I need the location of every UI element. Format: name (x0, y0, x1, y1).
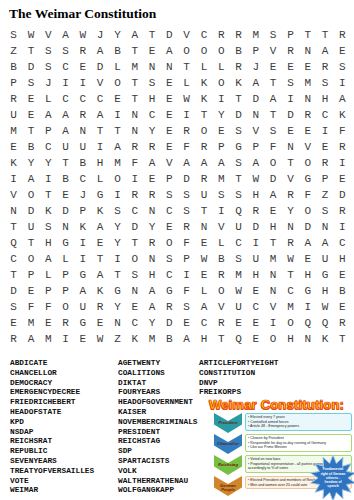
grid-cell-r8c16: F (264, 139, 281, 155)
grid-cell-r2c1: Z (5, 43, 22, 59)
grid-cell-r14c2: T (22, 235, 39, 251)
grid-cell-r18c3: F (40, 299, 57, 315)
grid-cell-r12c6: K (91, 203, 108, 219)
grid-cell-r15c7: I (109, 251, 126, 267)
grid-cell-r10c3: I (40, 171, 57, 187)
grid-cell-r4c20: I (334, 75, 351, 91)
grid-cell-r11c14: S (230, 187, 247, 203)
word-list-item: SPARTACISTS (118, 457, 198, 467)
grid-cell-r13c9: Y (143, 219, 160, 235)
grid-cell-r5c16: A (264, 91, 281, 107)
word-list-item: TREATYOFVERSAILLES (10, 467, 94, 477)
word-list-item: DIKTAT (118, 379, 198, 389)
word-list-item: HEADOFGOVERNMENT (118, 398, 198, 408)
grid-cell-r6c19: C (316, 107, 333, 123)
grid-cell-r1c20: R (334, 27, 351, 43)
grid-cell-r9c13: A (213, 155, 230, 171)
grid-cell-r14c3: H (40, 235, 57, 251)
grid-cell-r9c7: M (109, 155, 126, 171)
chevron-label: German People (214, 484, 242, 493)
grid-cell-r12c1: N (5, 203, 22, 219)
word-list-item: REICHSTAG (118, 437, 198, 447)
grid-cell-r18c5: U (74, 299, 91, 315)
grid-cell-r20c8: K (126, 331, 143, 347)
grid-cell-r16c17: T (282, 267, 299, 283)
grid-cell-r2c20: E (334, 43, 351, 59)
grid-cell-r19c19: Q (316, 315, 333, 331)
grid-cell-r11c4: E (57, 187, 74, 203)
grid-cell-r3c15: J (247, 59, 264, 75)
grid-cell-r3c4: C (57, 59, 74, 75)
grid-cell-r11c12: U (195, 187, 212, 203)
grid-cell-r16c7: T (109, 267, 126, 283)
grid-cell-r9c9: A (143, 155, 160, 171)
grid-cell-r2c10: A (161, 43, 178, 59)
grid-cell-r17c18: G (299, 283, 316, 299)
grid-cell-r20c19: K (316, 331, 333, 347)
grid-cell-r2c16: V (264, 43, 281, 59)
grid-cell-r2c5: R (74, 43, 91, 59)
grid-cell-r4c17: S (282, 75, 299, 91)
grid-cell-r6c1: U (5, 107, 22, 123)
grid-cell-r19c11: E (178, 315, 195, 331)
grid-cell-r17c6: K (91, 283, 108, 299)
grid-cell-r17c1: D (5, 283, 22, 299)
grid-cell-r5c20: A (334, 91, 351, 107)
grid-cell-r20c6: W (91, 331, 108, 347)
grid-cell-r2c17: R (282, 43, 299, 59)
grid-cell-r3c10: N (161, 59, 178, 75)
grid-cell-r18c19: W (316, 299, 333, 315)
grid-cell-r1c6: J (91, 27, 108, 43)
grid-cell-r9c1: K (5, 155, 22, 171)
grid-cell-r10c1: I (5, 171, 22, 187)
grid-cell-r20c7: Z (109, 331, 126, 347)
grid-cell-r17c11: F (178, 283, 195, 299)
grid-cell-r7c9: Y (143, 123, 160, 139)
grid-cell-r8c1: E (5, 139, 22, 155)
grid-cell-r19c17: O (282, 315, 299, 331)
grid-cell-r3c11: T (178, 59, 195, 75)
grid-cell-r5c9: H (143, 91, 160, 107)
grid-cell-r3c19: R (316, 59, 333, 75)
grid-cell-r6c15: N (247, 107, 264, 123)
grid-cell-r16c11: I (178, 267, 195, 283)
grid-cell-r1c8: A (126, 27, 143, 43)
grid-cell-r6c6: A (91, 107, 108, 123)
grid-cell-r3c1: B (5, 59, 22, 75)
grid-cell-r13c10: E (161, 219, 178, 235)
grid-cell-r15c12: W (195, 251, 212, 267)
grid-cell-r2c7: B (109, 43, 126, 59)
grid-cell-r9c2: Y (22, 155, 39, 171)
grid-cell-r1c11: V (178, 27, 195, 43)
grid-cell-r5c1: R (5, 91, 22, 107)
grid-cell-r1c7: Y (109, 27, 126, 43)
grid-cell-r20c11: A (178, 331, 195, 347)
grid-cell-r5c17: I (282, 91, 299, 107)
grid-cell-r11c15: H (247, 187, 264, 203)
grid-cell-r17c20: B (334, 283, 351, 299)
chevron-label: Reichstag (214, 463, 242, 467)
word-list-item: VOLK (118, 467, 198, 477)
grid-cell-r12c19: S (316, 203, 333, 219)
starburst-badge: Fundamental right of German citizens - f… (309, 455, 354, 500)
grid-cell-r8c18: V (299, 139, 316, 155)
grid-cell-r20c18: N (299, 331, 316, 347)
grid-cell-r11c13: S (213, 187, 230, 203)
grid-cell-r15c5: I (74, 251, 91, 267)
grid-cell-r18c15: C (247, 299, 264, 315)
grid-cell-r16c20: E (334, 267, 351, 283)
grid-cell-r11c17: R (282, 187, 299, 203)
grid-cell-r11c18: F (299, 187, 316, 203)
grid-cell-r13c20: I (334, 219, 351, 235)
grid-cell-r4c10: E (161, 75, 178, 91)
grid-cell-r17c9: A (143, 283, 160, 299)
chevron-label: Chancellor (214, 442, 242, 446)
grid-cell-r2c13: O (213, 43, 230, 59)
grid-cell-r15c4: L (57, 251, 74, 267)
word-list-item: CONSTITUTION (199, 369, 279, 379)
grid-cell-r5c12: K (195, 91, 212, 107)
grid-cell-r8c8: R (126, 139, 143, 155)
grid-cell-r10c20: E (334, 171, 351, 187)
grid-cell-r18c20: E (334, 299, 351, 315)
grid-cell-r14c6: E (91, 235, 108, 251)
grid-cell-r3c9: N (143, 59, 160, 75)
grid-cell-r1c9: T (143, 27, 160, 43)
grid-cell-r10c7: O (109, 171, 126, 187)
grid-cell-r19c14: E (230, 315, 247, 331)
grid-cell-r1c19: T (316, 27, 333, 43)
grid-cell-r5c11: W (178, 91, 195, 107)
grid-cell-r12c13: I (213, 203, 230, 219)
grid-cell-r19c13: R (213, 315, 230, 331)
word-list-item: DEMOCRACY (10, 379, 94, 389)
grid-cell-r15c3: A (40, 251, 57, 267)
grid-cell-r17c13: O (213, 283, 230, 299)
grid-cell-r1c10: D (161, 27, 178, 43)
grid-cell-r3c18: E (299, 59, 316, 75)
word-list-item: WALTHERRATHENAU (118, 477, 198, 487)
grid-cell-r12c7: S (109, 203, 126, 219)
grid-cell-r6c18: R (299, 107, 316, 123)
grid-cell-r10c4: B (57, 171, 74, 187)
grid-cell-r7c3: P (40, 123, 57, 139)
grid-cell-r4c3: J (40, 75, 57, 91)
word-list-item: HEADOFSTATE (10, 408, 94, 418)
grid-cell-r12c2: D (22, 203, 39, 219)
grid-cell-r3c3: S (40, 59, 57, 75)
word-list-item: DNVP (199, 379, 279, 389)
grid-cell-r5c6: C (91, 91, 108, 107)
grid-cell-r4c4: I (57, 75, 74, 91)
grid-cell-r1c3: V (40, 27, 57, 43)
grid-cell-r12c17: Y (282, 203, 299, 219)
chevron-down-icon: Chancellor (214, 434, 242, 454)
grid-cell-r15c20: H (334, 251, 351, 267)
infographic-title: Weimar Constitution: (199, 397, 354, 412)
word-list-item: REPUBLIC (10, 447, 94, 457)
chevron-down-icon: German People (214, 476, 242, 496)
grid-cell-r2c9: E (143, 43, 160, 59)
grid-cell-r4c14: K (230, 75, 247, 91)
grid-cell-r17c3: P (40, 283, 57, 299)
grid-cell-r13c18: D (299, 219, 316, 235)
word-list-item: NOVEMBERCRIMINALS (118, 418, 198, 428)
grid-cell-r5c10: E (161, 91, 178, 107)
word-list-item: COALITIONS (118, 369, 198, 379)
grid-cell-r5c15: D (247, 91, 264, 107)
word-list-item: AGETWENTY (118, 359, 198, 369)
grid-cell-r4c8: T (126, 75, 143, 91)
grid-cell-r12c10: C (161, 203, 178, 219)
grid-cell-r19c15: E (247, 315, 264, 331)
grid-cell-r15c14: S (230, 251, 247, 267)
grid-cell-r8c3: C (40, 139, 57, 155)
grid-cell-r10c11: D (178, 171, 195, 187)
grid-cell-r16c8: S (126, 267, 143, 283)
grid-cell-r19c3: E (40, 315, 57, 331)
grid-cell-r17c15: E (247, 283, 264, 299)
grid-cell-r3c17: E (282, 59, 299, 75)
grid-cell-r6c4: A (57, 107, 74, 123)
grid-cell-r18c10: R (161, 299, 178, 315)
grid-cell-r10c18: G (299, 171, 316, 187)
grid-cell-r1c14: R (230, 27, 247, 43)
starburst-text: Fundamental right of German citizens - f… (309, 455, 354, 500)
grid-cell-r15c1: C (5, 251, 22, 267)
grid-cell-r9c6: H (91, 155, 108, 171)
grid-cell-r9c8: F (126, 155, 143, 171)
grid-cell-r15c9: N (143, 251, 160, 267)
grid-cell-r8c2: B (22, 139, 39, 155)
grid-cell-r10c5: C (74, 171, 91, 187)
grid-cell-r18c13: V (213, 299, 230, 315)
grid-cell-r17c19: H (316, 283, 333, 299)
grid-cell-r1c12: C (195, 27, 212, 43)
grid-cell-r3c6: D (91, 59, 108, 75)
grid-cell-r8c17: N (282, 139, 299, 155)
grid-cell-r19c1: E (5, 315, 22, 331)
grid-cell-r4c11: L (178, 75, 195, 91)
word-list-item: ARTICLEFORTYEIGHT (199, 359, 279, 369)
grid-cell-r20c13: T (213, 331, 230, 347)
grid-cell-r19c12: C (195, 315, 212, 331)
grid-cell-r14c14: C (230, 235, 247, 251)
grid-cell-r6c14: D (230, 107, 247, 123)
grid-cell-r15c13: B (213, 251, 230, 267)
grid-cell-r15c15: U (247, 251, 264, 267)
grid-cell-r7c7: T (109, 123, 126, 139)
word-search-grid: SWVAWJYATDVCRRMSPTTRZTSSRABTEAOOOBPVRNAE… (5, 27, 351, 347)
grid-cell-r14c1: Q (5, 235, 22, 251)
grid-cell-r2c18: N (299, 43, 316, 59)
grid-cell-r7c20: F (334, 123, 351, 139)
grid-cell-r8c10: E (161, 139, 178, 155)
grid-cell-r17c16: N (264, 283, 281, 299)
grid-cell-r7c1: M (5, 123, 22, 139)
grid-cell-r7c2: T (22, 123, 39, 139)
grid-cell-r20c16: O (264, 331, 281, 347)
grid-cell-r12c4: D (57, 203, 74, 219)
grid-cell-r17c4: P (57, 283, 74, 299)
grid-cell-r17c17: C (282, 283, 299, 299)
grid-cell-r16c3: L (40, 267, 57, 283)
grid-cell-r16c15: H (247, 267, 264, 283)
word-list-item: CHANCELLOR (10, 369, 94, 379)
grid-cell-r10c2: A (22, 171, 39, 187)
word-list-item: KPD (10, 418, 94, 428)
grid-cell-r16c2: P (22, 267, 39, 283)
grid-cell-r4c18: M (299, 75, 316, 91)
info-box: Elected every 7 yearsControlled armed fo… (245, 413, 352, 431)
grid-cell-r13c7: Y (109, 219, 126, 235)
grid-cell-r17c2: E (22, 283, 39, 299)
grid-cell-r14c4: G (57, 235, 74, 251)
grid-cell-r2c4: S (57, 43, 74, 59)
grid-cell-r15c17: W (282, 251, 299, 267)
grid-cell-r8c20: R (334, 139, 351, 155)
word-list-item: VOTE (10, 477, 94, 487)
word-list-item: SEVENYEARS (10, 457, 94, 467)
grid-cell-r4c9: S (143, 75, 160, 91)
grid-cell-r9c4: T (57, 155, 74, 171)
grid-cell-r2c2: T (22, 43, 39, 59)
weimar-infographic: Weimar Constitution: PresidentElected ev… (199, 398, 354, 498)
grid-cell-r9c17: T (282, 155, 299, 171)
grid-cell-r18c16: V (264, 299, 281, 315)
grid-cell-r9c11: A (178, 155, 195, 171)
grid-cell-r5c8: T (126, 91, 143, 107)
grid-cell-r20c3: M (40, 331, 57, 347)
grid-cell-r5c13: I (213, 91, 230, 107)
page-title: The Weimar Constitution (9, 6, 156, 22)
grid-cell-r13c1: T (5, 219, 22, 235)
grid-cell-r8c15: P (247, 139, 264, 155)
grid-cell-r8c13: P (213, 139, 230, 155)
grid-cell-r12c12: T (195, 203, 212, 219)
grid-cell-r20c9: M (143, 331, 160, 347)
grid-cell-r11c2: O (22, 187, 39, 203)
grid-cell-r18c12: A (195, 299, 212, 315)
grid-cell-r8c4: U (57, 139, 74, 155)
grid-cell-r2c11: O (178, 43, 195, 59)
grid-cell-r15c10: S (161, 251, 178, 267)
grid-cell-r20c2: A (22, 331, 39, 347)
grid-cell-r17c12: L (195, 283, 212, 299)
grid-cell-r4c1: P (5, 75, 22, 91)
grid-cell-r4c13: O (213, 75, 230, 91)
grid-cell-r1c2: W (22, 27, 39, 43)
grid-cell-r20c12: H (195, 331, 212, 347)
grid-cell-r7c11: R (178, 123, 195, 139)
word-list-item: WEIMAR (10, 486, 94, 496)
grid-cell-r9c15: A (247, 155, 264, 171)
grid-cell-r19c18: Q (299, 315, 316, 331)
grid-cell-r10c13: M (213, 171, 230, 187)
grid-cell-r7c16: S (264, 123, 281, 139)
grid-cell-r19c9: Y (143, 315, 160, 331)
chevron-down-icon: Reichstag (214, 455, 242, 475)
grid-cell-r15c8: O (126, 251, 143, 267)
grid-cell-r14c18: A (299, 235, 316, 251)
grid-cell-r10c14: T (230, 171, 247, 187)
grid-cell-r2c6: A (91, 43, 108, 59)
word-list-item: PRESIDENT (118, 428, 198, 438)
grid-cell-r12c9: N (143, 203, 160, 219)
grid-cell-r14c16: T (264, 235, 281, 251)
grid-cell-r20c1: R (5, 331, 22, 347)
grid-cell-r10c6: L (91, 171, 108, 187)
grid-cell-r18c9: A (143, 299, 160, 315)
grid-cell-r16c10: C (161, 267, 178, 283)
grid-cell-r4c5: I (74, 75, 91, 91)
word-list-item: FOURYEARS (118, 388, 198, 398)
grid-cell-r10c10: P (161, 171, 178, 187)
grid-cell-r13c6: A (91, 219, 108, 235)
word-list-item: FRIEDRICHEBERT (10, 398, 94, 408)
grid-cell-r9c3: Y (40, 155, 57, 171)
grid-cell-r20c4: I (57, 331, 74, 347)
grid-cell-r6c9: C (143, 107, 160, 123)
grid-cell-r11c7: I (109, 187, 126, 203)
grid-cell-r16c16: N (264, 267, 281, 283)
grid-cell-r10c19: P (316, 171, 333, 187)
word-list-item: KAISER (118, 408, 198, 418)
grid-cell-r9c12: A (195, 155, 212, 171)
grid-cell-r11c8: R (126, 187, 143, 203)
grid-cell-r11c6: G (91, 187, 108, 203)
grid-cell-r6c5: R (74, 107, 91, 123)
grid-cell-r9c18: O (299, 155, 316, 171)
grid-cell-r20c17: H (282, 331, 299, 347)
grid-cell-r8c19: E (316, 139, 333, 155)
grid-cell-r1c4: A (57, 27, 74, 43)
word-list-column-2: AGETWENTYCOALITIONSDIKTATFOURYEARSHEADOF… (118, 359, 198, 496)
grid-cell-r11c3: T (40, 187, 57, 203)
grid-cell-r11c20: D (334, 187, 351, 203)
grid-cell-r19c20: R (334, 315, 351, 331)
grid-cell-r14c12: E (195, 235, 212, 251)
grid-cell-r5c19: H (316, 91, 333, 107)
grid-cell-r6c12: T (195, 107, 212, 123)
grid-cell-r7c17: E (282, 123, 299, 139)
grid-cell-r14c11: F (178, 235, 195, 251)
grid-cell-r7c6: T (91, 123, 108, 139)
grid-cell-r7c8: N (126, 123, 143, 139)
grid-cell-r19c8: C (126, 315, 143, 331)
grid-cell-r7c18: E (299, 123, 316, 139)
grid-cell-r2c14: B (230, 43, 247, 59)
grid-cell-r2c19: A (316, 43, 333, 59)
grid-cell-r16c18: H (299, 267, 316, 283)
grid-cell-r13c8: D (126, 219, 143, 235)
grid-cell-r17c10: G (161, 283, 178, 299)
grid-cell-r4c15: A (247, 75, 264, 91)
grid-cell-r15c18: E (299, 251, 316, 267)
grid-cell-r13c19: N (316, 219, 333, 235)
grid-cell-r8c7: A (109, 139, 126, 155)
grid-cell-r16c13: R (213, 267, 230, 283)
grid-cell-r12c18: O (299, 203, 316, 219)
grid-cell-r17c14: W (230, 283, 247, 299)
grid-cell-r14c7: Y (109, 235, 126, 251)
grid-cell-r12c5: P (74, 203, 91, 219)
grid-cell-r14c9: R (143, 235, 160, 251)
grid-cell-r13c12: N (195, 219, 212, 235)
